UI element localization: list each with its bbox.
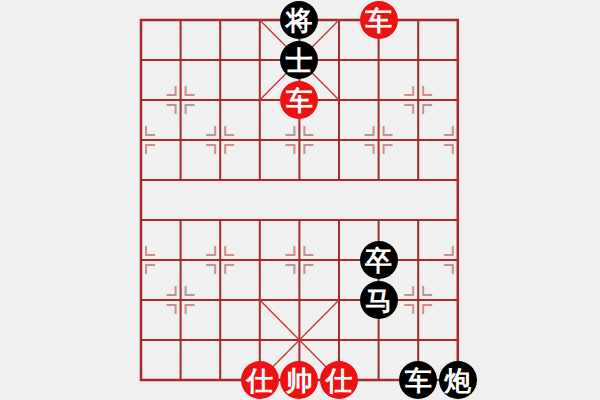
piece-black-general[interactable]: 将 [280,1,318,39]
piece-red-advisor-2[interactable]: 仕 [320,361,358,399]
pieces-layer: 将车士车卒马仕帅仕车炮 [121,0,477,400]
piece-red-king[interactable]: 帅 [280,361,318,399]
xiangqi-board: 将车士车卒马仕帅仕车炮 [0,0,600,400]
piece-red-chariot-1[interactable]: 车 [360,1,398,39]
piece-black-advisor[interactable]: 士 [280,41,318,79]
piece-red-advisor-1[interactable]: 仕 [241,361,279,399]
piece-black-horse[interactable]: 马 [360,281,398,319]
piece-black-chariot[interactable]: 车 [399,361,437,399]
piece-black-soldier[interactable]: 卒 [360,241,398,279]
piece-red-chariot-2[interactable]: 车 [280,81,318,119]
piece-black-cannon[interactable]: 炮 [439,361,477,399]
